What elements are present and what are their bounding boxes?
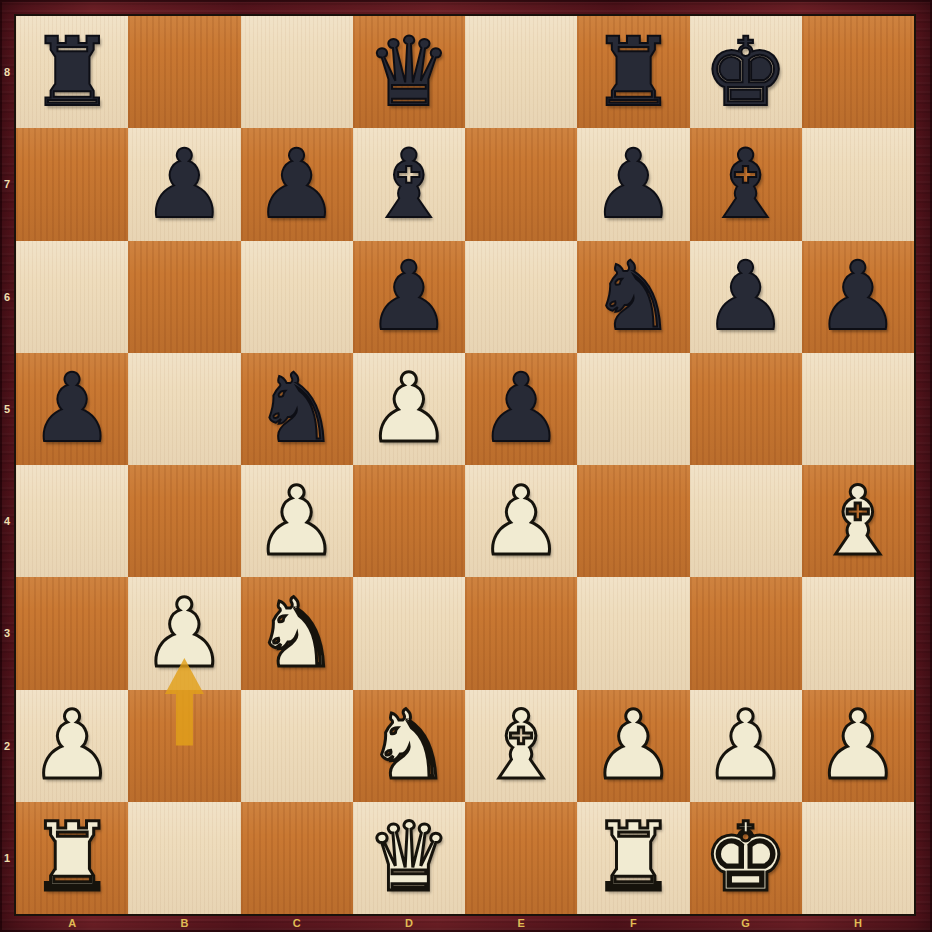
- piece-white-pawn-c4[interactable]: ♟: [241, 465, 353, 577]
- piece-black-knight-c5[interactable]: ♞: [241, 353, 353, 465]
- file-label-d: D: [353, 914, 465, 932]
- square-f4[interactable]: [577, 465, 689, 577]
- square-a6[interactable]: [16, 241, 128, 353]
- piece-black-knight-f6[interactable]: ♞: [577, 241, 689, 353]
- piece-white-pawn-d5[interactable]: ♟: [353, 353, 465, 465]
- square-h8[interactable]: [802, 16, 914, 128]
- square-f7[interactable]: ♟: [577, 128, 689, 240]
- square-g3[interactable]: [690, 577, 802, 689]
- square-b8[interactable]: [128, 16, 240, 128]
- square-c5[interactable]: ♞: [241, 353, 353, 465]
- square-d3[interactable]: [353, 577, 465, 689]
- square-g2[interactable]: ♟: [690, 690, 802, 802]
- square-c6[interactable]: [241, 241, 353, 353]
- piece-black-pawn-c7[interactable]: ♟: [241, 128, 353, 240]
- square-g5[interactable]: [690, 353, 802, 465]
- square-a4[interactable]: [16, 465, 128, 577]
- rank-label-5: 5: [0, 353, 14, 465]
- square-b1[interactable]: [128, 802, 240, 914]
- file-label-a: A: [16, 914, 128, 932]
- square-d8[interactable]: ♛: [353, 16, 465, 128]
- piece-white-rook-a1[interactable]: ♜: [16, 802, 128, 914]
- file-coordinates: ABCDEFGH: [16, 914, 914, 932]
- file-label-b: B: [128, 914, 240, 932]
- piece-white-knight-c3[interactable]: ♞: [241, 577, 353, 689]
- square-h7[interactable]: [802, 128, 914, 240]
- square-e7[interactable]: [465, 128, 577, 240]
- piece-white-pawn-e4[interactable]: ♟: [465, 465, 577, 577]
- piece-black-pawn-f7[interactable]: ♟: [577, 128, 689, 240]
- square-a8[interactable]: ♜: [16, 16, 128, 128]
- chess-app-window: ♜♛♜♚♟♟♝♟♝♟♞♟♟♟♞♟♟♟♟♝♟♞♟♞♝♟♟♟♜♛♜♚ 8765432…: [0, 0, 932, 932]
- rank-label-6: 6: [0, 241, 14, 353]
- square-a3[interactable]: [16, 577, 128, 689]
- square-b7[interactable]: ♟: [128, 128, 240, 240]
- square-d1[interactable]: ♛: [353, 802, 465, 914]
- rank-label-2: 2: [0, 690, 14, 802]
- file-label-e: E: [465, 914, 577, 932]
- piece-black-pawn-g6[interactable]: ♟: [690, 241, 802, 353]
- piece-white-knight-d2[interactable]: ♞: [353, 690, 465, 802]
- square-a5[interactable]: ♟: [16, 353, 128, 465]
- rank-label-3: 3: [0, 577, 14, 689]
- rank-label-8: 8: [0, 16, 14, 128]
- square-e1[interactable]: [465, 802, 577, 914]
- square-g1[interactable]: ♚: [690, 802, 802, 914]
- piece-white-pawn-b3[interactable]: ♟: [128, 577, 240, 689]
- piece-black-king-g8[interactable]: ♚: [690, 16, 802, 128]
- square-f3[interactable]: [577, 577, 689, 689]
- square-d4[interactable]: [353, 465, 465, 577]
- file-label-g: G: [690, 914, 802, 932]
- square-e8[interactable]: [465, 16, 577, 128]
- piece-black-bishop-d7[interactable]: ♝: [353, 128, 465, 240]
- file-label-h: H: [802, 914, 914, 932]
- square-d7[interactable]: ♝: [353, 128, 465, 240]
- square-e2[interactable]: ♝: [465, 690, 577, 802]
- piece-black-pawn-b7[interactable]: ♟: [128, 128, 240, 240]
- rank-label-1: 1: [0, 802, 14, 914]
- piece-black-queen-d8[interactable]: ♛: [353, 16, 465, 128]
- square-c4[interactable]: ♟: [241, 465, 353, 577]
- square-h1[interactable]: [802, 802, 914, 914]
- square-g4[interactable]: [690, 465, 802, 577]
- square-b2[interactable]: [128, 690, 240, 802]
- square-d2[interactable]: ♞: [353, 690, 465, 802]
- square-f5[interactable]: [577, 353, 689, 465]
- piece-white-bishop-h4[interactable]: ♝: [802, 465, 914, 577]
- square-h4[interactable]: ♝: [802, 465, 914, 577]
- square-g7[interactable]: ♝: [690, 128, 802, 240]
- piece-white-rook-f1[interactable]: ♜: [577, 802, 689, 914]
- rank-label-7: 7: [0, 128, 14, 240]
- piece-black-pawn-h6[interactable]: ♟: [802, 241, 914, 353]
- file-label-c: C: [241, 914, 353, 932]
- piece-black-pawn-a5[interactable]: ♟: [16, 353, 128, 465]
- piece-white-pawn-h2[interactable]: ♟: [802, 690, 914, 802]
- square-d5[interactable]: ♟: [353, 353, 465, 465]
- square-g8[interactable]: ♚: [690, 16, 802, 128]
- piece-white-bishop-e2[interactable]: ♝: [465, 690, 577, 802]
- square-e3[interactable]: [465, 577, 577, 689]
- square-f6[interactable]: ♞: [577, 241, 689, 353]
- square-e5[interactable]: ♟: [465, 353, 577, 465]
- square-b3[interactable]: ♟: [128, 577, 240, 689]
- square-a2[interactable]: ♟: [16, 690, 128, 802]
- piece-black-rook-a8[interactable]: ♜: [16, 16, 128, 128]
- square-f1[interactable]: ♜: [577, 802, 689, 914]
- piece-black-rook-f8[interactable]: ♜: [577, 16, 689, 128]
- square-f2[interactable]: ♟: [577, 690, 689, 802]
- square-c8[interactable]: [241, 16, 353, 128]
- square-b6[interactable]: [128, 241, 240, 353]
- board: ♜♛♜♚♟♟♝♟♝♟♞♟♟♟♞♟♟♟♟♝♟♞♟♞♝♟♟♟♜♛♜♚: [14, 14, 916, 916]
- square-a7[interactable]: [16, 128, 128, 240]
- piece-black-pawn-d6[interactable]: ♟: [353, 241, 465, 353]
- rank-label-4: 4: [0, 465, 14, 577]
- square-d6[interactable]: ♟: [353, 241, 465, 353]
- piece-white-pawn-g2[interactable]: ♟: [690, 690, 802, 802]
- square-a1[interactable]: ♜: [16, 802, 128, 914]
- square-f8[interactable]: ♜: [577, 16, 689, 128]
- square-h3[interactable]: [802, 577, 914, 689]
- square-b4[interactable]: [128, 465, 240, 577]
- rank-coordinates: 87654321: [0, 16, 14, 914]
- square-h6[interactable]: ♟: [802, 241, 914, 353]
- square-b5[interactable]: [128, 353, 240, 465]
- piece-white-pawn-a2[interactable]: ♟: [16, 690, 128, 802]
- piece-black-bishop-g7[interactable]: ♝: [690, 128, 802, 240]
- piece-white-pawn-f2[interactable]: ♟: [577, 690, 689, 802]
- file-label-f: F: [577, 914, 689, 932]
- square-e4[interactable]: ♟: [465, 465, 577, 577]
- square-c2[interactable]: [241, 690, 353, 802]
- piece-white-queen-d1[interactable]: ♛: [353, 802, 465, 914]
- square-g6[interactable]: ♟: [690, 241, 802, 353]
- piece-white-king-g1[interactable]: ♚: [690, 802, 802, 914]
- square-c3[interactable]: ♞: [241, 577, 353, 689]
- square-h5[interactable]: [802, 353, 914, 465]
- square-e6[interactable]: [465, 241, 577, 353]
- square-c7[interactable]: ♟: [241, 128, 353, 240]
- piece-black-pawn-e5[interactable]: ♟: [465, 353, 577, 465]
- square-c1[interactable]: [241, 802, 353, 914]
- square-h2[interactable]: ♟: [802, 690, 914, 802]
